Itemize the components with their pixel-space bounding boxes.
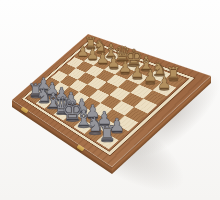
black-pawn-f7[interactable]: ♟: [131, 65, 145, 80]
white-rook-h1[interactable]: ♜: [98, 124, 116, 144]
black-pawn-h7[interactable]: ♟: [157, 75, 171, 91]
product-photo-scene: ♜♞♝♛♚♝♞♜♟♟♟♟♟♟♟♟♟♟♟♟♟♟♟♟♜♞♝♛♚♝♞♜: [0, 0, 220, 200]
black-pawn-g7[interactable]: ♟: [143, 70, 157, 85]
